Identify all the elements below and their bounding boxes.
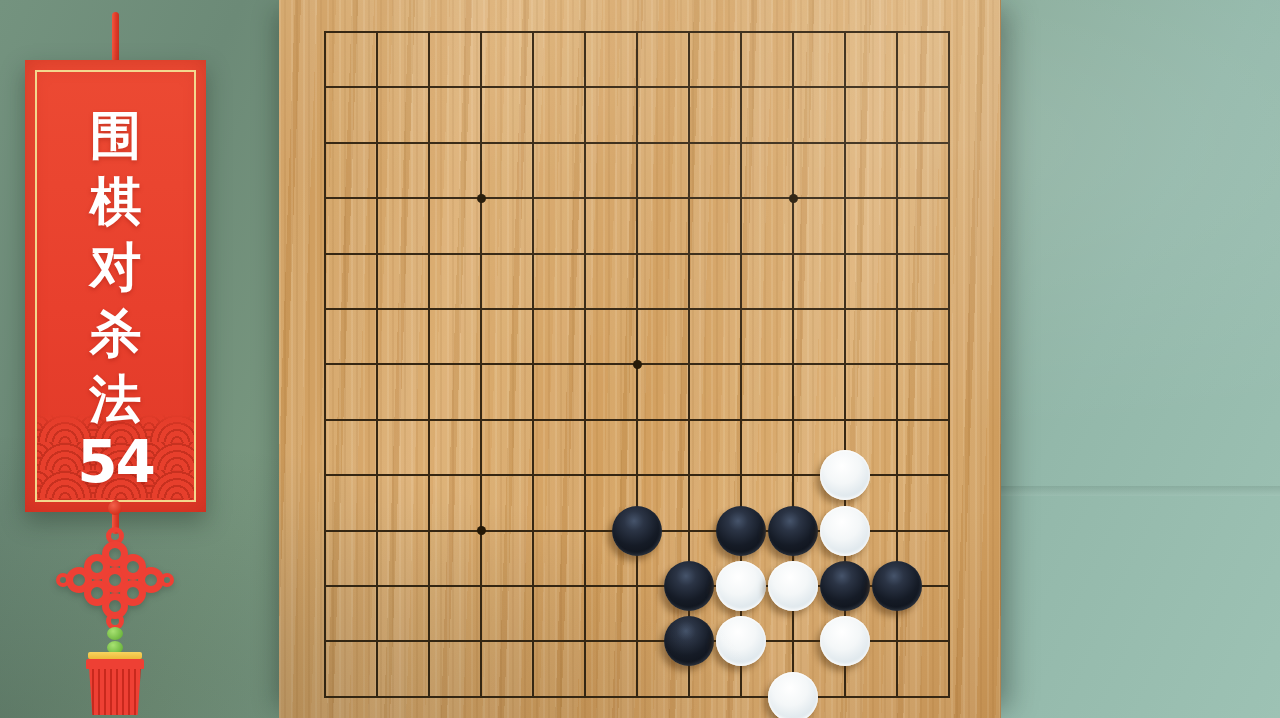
black-stone[interactable] xyxy=(872,561,922,611)
star-point xyxy=(477,194,486,203)
chinese-knot xyxy=(63,542,167,618)
knot-loop xyxy=(120,580,146,606)
tassel-cap-gold xyxy=(88,652,142,659)
white-stone[interactable] xyxy=(716,561,766,611)
white-stone[interactable] xyxy=(716,616,766,666)
white-stone[interactable] xyxy=(820,450,870,500)
tassel-cap-red xyxy=(86,659,144,669)
banner-char: 法 xyxy=(90,366,142,432)
black-stone[interactable] xyxy=(768,506,818,556)
black-stone[interactable] xyxy=(612,506,662,556)
black-stone[interactable] xyxy=(716,506,766,556)
black-stone[interactable] xyxy=(664,561,714,611)
string-knob-bottom xyxy=(108,501,122,515)
star-point xyxy=(789,194,798,203)
grid-line-vertical xyxy=(948,31,950,698)
knot-ear-left xyxy=(56,573,70,587)
knot-ear-right xyxy=(160,573,174,587)
banner-char: 对 xyxy=(90,234,142,300)
star-point xyxy=(633,360,642,369)
banner-panel: 围 棋 对 杀 法 54 xyxy=(25,60,206,512)
black-stone[interactable] xyxy=(664,616,714,666)
knot-loop xyxy=(84,580,110,606)
go-board[interactable] xyxy=(279,0,1001,718)
title-banner-assembly: 围 棋 对 杀 法 54 xyxy=(0,0,260,718)
tablecloth-fold xyxy=(1000,486,1280,496)
banner-char: 杀 xyxy=(90,300,142,366)
white-stone[interactable] xyxy=(820,616,870,666)
banner-char: 围 xyxy=(90,102,142,168)
knot-loop xyxy=(120,554,146,580)
white-stone[interactable] xyxy=(768,672,818,718)
white-stone[interactable] xyxy=(820,506,870,556)
scene: 围 棋 对 杀 法 54 xyxy=(0,0,1280,718)
star-point xyxy=(477,526,486,535)
banner-number: 54 xyxy=(77,432,154,492)
knot-bead xyxy=(107,627,123,640)
tassel-fringe xyxy=(88,669,142,715)
banner-title: 围 棋 对 杀 法 54 xyxy=(25,102,206,492)
banner-char: 棋 xyxy=(90,168,142,234)
black-stone[interactable] xyxy=(820,561,870,611)
grid-line-horizontal xyxy=(324,696,950,698)
grid-line-horizontal xyxy=(324,419,950,421)
white-stone[interactable] xyxy=(768,561,818,611)
knot-loop xyxy=(84,554,110,580)
